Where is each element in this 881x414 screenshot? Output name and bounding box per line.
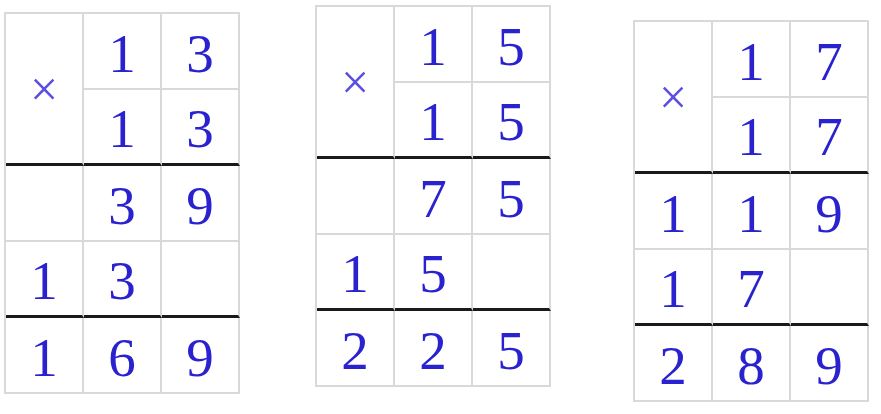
problem-grid-15x15: × 1 5 1 5 7 5 1 5 2 2 5 xyxy=(315,5,551,387)
partial1-hundreds-cell xyxy=(6,166,84,242)
product-ones-cell: 5 xyxy=(473,311,551,387)
partial2-tens-cell: 3 xyxy=(84,242,162,318)
multiplicand-tens-cell: 1 xyxy=(395,7,473,83)
product-hundreds-cell: 1 xyxy=(6,318,84,394)
partial1-hundreds-cell: 1 xyxy=(635,174,713,250)
times-operator: × xyxy=(635,22,713,174)
partial2-tens-cell: 5 xyxy=(395,235,473,311)
partial2-ones-cell xyxy=(473,235,551,311)
times-operator: × xyxy=(6,14,84,166)
multiplier-ones-cell: 5 xyxy=(473,83,551,159)
multiplicand-ones-cell: 3 xyxy=(162,14,240,90)
partial1-tens-cell: 7 xyxy=(395,159,473,235)
partial1-ones-cell: 9 xyxy=(162,166,240,242)
partial1-hundreds-cell xyxy=(317,159,395,235)
multiplier-tens-cell: 1 xyxy=(84,90,162,166)
multiplier-tens-cell: 1 xyxy=(713,98,791,174)
partial1-ones-cell: 9 xyxy=(791,174,869,250)
partial1-tens-cell: 1 xyxy=(713,174,791,250)
partial2-ones-cell xyxy=(162,242,240,318)
problem-grid-17x17: × 1 7 1 7 1 1 9 1 7 2 8 9 xyxy=(633,20,869,402)
problem-grid-13x13: × 1 3 1 3 3 9 1 3 1 6 9 xyxy=(4,12,240,394)
multiplicand-tens-cell: 1 xyxy=(713,22,791,98)
product-hundreds-cell: 2 xyxy=(317,311,395,387)
partial1-ones-cell: 5 xyxy=(473,159,551,235)
product-tens-cell: 6 xyxy=(84,318,162,394)
partial2-tens-cell: 7 xyxy=(713,250,791,326)
multiplication-worksheet: × 1 3 1 3 3 9 1 3 1 6 9 × 1 5 1 5 7 5 1 … xyxy=(0,0,881,414)
partial2-ones-cell xyxy=(791,250,869,326)
partial2-hundreds-cell: 1 xyxy=(6,242,84,318)
multiplier-ones-cell: 7 xyxy=(791,98,869,174)
partial1-tens-cell: 3 xyxy=(84,166,162,242)
multiplicand-ones-cell: 5 xyxy=(473,7,551,83)
multiplicand-tens-cell: 1 xyxy=(84,14,162,90)
partial2-hundreds-cell: 1 xyxy=(635,250,713,326)
multiplier-ones-cell: 3 xyxy=(162,90,240,166)
times-operator: × xyxy=(317,7,395,159)
product-ones-cell: 9 xyxy=(791,326,869,402)
product-tens-cell: 2 xyxy=(395,311,473,387)
multiplier-tens-cell: 1 xyxy=(395,83,473,159)
product-hundreds-cell: 2 xyxy=(635,326,713,402)
multiplicand-ones-cell: 7 xyxy=(791,22,869,98)
partial2-hundreds-cell: 1 xyxy=(317,235,395,311)
product-ones-cell: 9 xyxy=(162,318,240,394)
product-tens-cell: 8 xyxy=(713,326,791,402)
